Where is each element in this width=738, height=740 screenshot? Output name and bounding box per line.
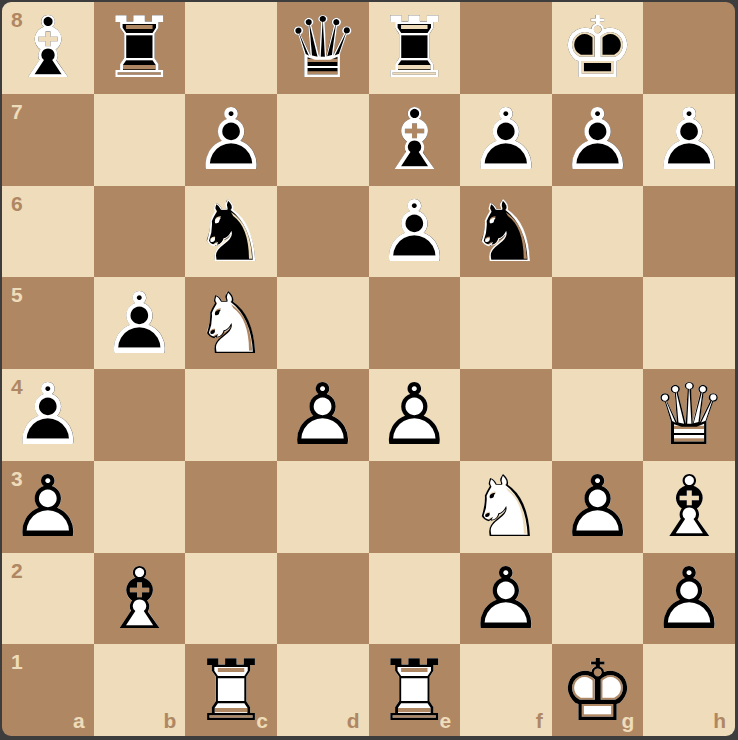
square-c3[interactable] [185, 461, 277, 553]
piece-outline-glyph: ♖ [94, 2, 186, 94]
piece-outline-glyph: ♙ [552, 461, 644, 553]
rank-label-2: 2 [11, 560, 23, 581]
square-c7[interactable]: ♟♙ [185, 94, 277, 186]
square-b5[interactable]: ♟♙ [94, 277, 186, 369]
square-d8[interactable]: ♛♕ [277, 2, 369, 94]
square-d7[interactable] [277, 94, 369, 186]
square-a7[interactable]: 7 [2, 94, 94, 186]
piece-outline-glyph: ♙ [460, 94, 552, 186]
piece-outline-glyph: ♙ [643, 94, 735, 186]
piece-outline-glyph: ♙ [2, 461, 94, 553]
black-pawn-b5[interactable]: ♟♙ [94, 277, 186, 369]
square-a3[interactable]: 3♟♙ [2, 461, 94, 553]
black-rook-e8[interactable]: ♜♖ [369, 2, 461, 94]
square-a6[interactable]: 6 [2, 186, 94, 278]
piece-outline-glyph: ♕ [643, 369, 735, 461]
rank-label-7: 7 [11, 101, 23, 122]
piece-outline-glyph: ♗ [643, 461, 735, 553]
square-a5[interactable]: 5 [2, 277, 94, 369]
piece-outline-glyph: ♙ [460, 553, 552, 645]
square-e5[interactable] [369, 277, 461, 369]
square-a4[interactable]: 4♟♙ [2, 369, 94, 461]
square-g5[interactable] [552, 277, 644, 369]
square-d4[interactable]: ♟♙ [277, 369, 369, 461]
piece-outline-glyph: ♙ [185, 94, 277, 186]
square-g4[interactable] [552, 369, 644, 461]
piece-outline-glyph: ♖ [185, 644, 277, 736]
black-pawn-h7[interactable]: ♟♙ [643, 94, 735, 186]
square-h2[interactable]: ♟♙ [643, 553, 735, 645]
white-bishop-h3[interactable]: ♝♗ [643, 461, 735, 553]
rank-label-5: 5 [11, 284, 23, 305]
white-pawn-d4[interactable]: ♟♙ [277, 369, 369, 461]
square-e6[interactable]: ♟♙ [369, 186, 461, 278]
file-label-b: b [163, 710, 176, 731]
file-label-d: d [347, 710, 360, 731]
square-g1[interactable]: g♚♔ [552, 644, 644, 736]
square-h5[interactable] [643, 277, 735, 369]
square-h1[interactable]: h [643, 644, 735, 736]
black-pawn-a4[interactable]: ♟♙ [2, 369, 94, 461]
file-label-a: a [73, 710, 85, 731]
white-knight-f3[interactable]: ♞♘ [460, 461, 552, 553]
square-d6[interactable] [277, 186, 369, 278]
black-bishop-a8[interactable]: ♝♗ [2, 2, 94, 94]
square-b6[interactable] [94, 186, 186, 278]
black-pawn-f7[interactable]: ♟♙ [460, 94, 552, 186]
square-d2[interactable] [277, 553, 369, 645]
square-e1[interactable]: e♜♖ [369, 644, 461, 736]
square-d5[interactable] [277, 277, 369, 369]
square-a1[interactable]: 1a [2, 644, 94, 736]
square-h6[interactable] [643, 186, 735, 278]
white-queen-h4[interactable]: ♛♕ [643, 369, 735, 461]
rank-label-1: 1 [11, 651, 23, 672]
square-b8[interactable]: ♜♖ [94, 2, 186, 94]
square-g3[interactable]: ♟♙ [552, 461, 644, 553]
square-c8[interactable] [185, 2, 277, 94]
square-e3[interactable] [369, 461, 461, 553]
square-c4[interactable] [185, 369, 277, 461]
piece-outline-glyph: ♕ [277, 2, 369, 94]
white-pawn-e4[interactable]: ♟♙ [369, 369, 461, 461]
piece-outline-glyph: ♙ [94, 277, 186, 369]
square-e7[interactable]: ♝♗ [369, 94, 461, 186]
black-king-g8[interactable]: ♚♔ [552, 2, 644, 94]
rank-label-6: 6 [11, 193, 23, 214]
file-label-f: f [536, 710, 543, 731]
white-pawn-f2[interactable]: ♟♙ [460, 553, 552, 645]
file-label-h: h [713, 710, 726, 731]
black-pawn-c7[interactable]: ♟♙ [185, 94, 277, 186]
square-h7[interactable]: ♟♙ [643, 94, 735, 186]
piece-outline-glyph: ♖ [369, 2, 461, 94]
square-c1[interactable]: c♜♖ [185, 644, 277, 736]
square-h4[interactable]: ♛♕ [643, 369, 735, 461]
square-f1[interactable]: f [460, 644, 552, 736]
square-b2[interactable]: ♝♗ [94, 553, 186, 645]
square-c2[interactable] [185, 553, 277, 645]
square-g7[interactable]: ♟♙ [552, 94, 644, 186]
square-b7[interactable] [94, 94, 186, 186]
square-e8[interactable]: ♜♖ [369, 2, 461, 94]
piece-outline-glyph: ♘ [460, 186, 552, 278]
black-knight-f6[interactable]: ♞♘ [460, 186, 552, 278]
chess-board: 8♝♗♜♖♛♕♜♖♚♔7♟♙♝♗♟♙♟♙♟♙6♞♘♟♙♞♘5♟♙♞♘4♟♙♟♙♟… [2, 2, 735, 736]
black-rook-b8[interactable]: ♜♖ [94, 2, 186, 94]
white-king-g1[interactable]: ♚♔ [552, 644, 644, 736]
piece-outline-glyph: ♙ [2, 369, 94, 461]
piece-outline-glyph: ♘ [185, 186, 277, 278]
square-d1[interactable]: d [277, 644, 369, 736]
square-f4[interactable] [460, 369, 552, 461]
piece-outline-glyph: ♙ [277, 369, 369, 461]
square-f5[interactable] [460, 277, 552, 369]
square-f3[interactable]: ♞♘ [460, 461, 552, 553]
white-pawn-a3[interactable]: ♟♙ [2, 461, 94, 553]
piece-outline-glyph: ♙ [643, 553, 735, 645]
board-frame: 8♝♗♜♖♛♕♜♖♚♔7♟♙♝♗♟♙♟♙♟♙6♞♘♟♙♞♘5♟♙♞♘4♟♙♟♙♟… [2, 2, 735, 736]
piece-outline-glyph: ♗ [2, 2, 94, 94]
piece-outline-glyph: ♙ [552, 94, 644, 186]
square-f7[interactable]: ♟♙ [460, 94, 552, 186]
square-f8[interactable] [460, 2, 552, 94]
square-h8[interactable] [643, 2, 735, 94]
white-rook-e1[interactable]: ♜♖ [369, 644, 461, 736]
square-e2[interactable] [369, 553, 461, 645]
white-rook-c1[interactable]: ♜♖ [185, 644, 277, 736]
square-c6[interactable]: ♞♘ [185, 186, 277, 278]
square-g2[interactable] [552, 553, 644, 645]
black-queen-d8[interactable]: ♛♕ [277, 2, 369, 94]
square-e4[interactable]: ♟♙ [369, 369, 461, 461]
square-b4[interactable] [94, 369, 186, 461]
square-g6[interactable] [552, 186, 644, 278]
piece-outline-glyph: ♙ [369, 369, 461, 461]
piece-outline-glyph: ♔ [552, 2, 644, 94]
square-f2[interactable]: ♟♙ [460, 553, 552, 645]
black-bishop-e7[interactable]: ♝♗ [369, 94, 461, 186]
piece-outline-glyph: ♙ [369, 186, 461, 278]
piece-outline-glyph: ♗ [369, 94, 461, 186]
square-c5[interactable]: ♞♘ [185, 277, 277, 369]
square-g8[interactable]: ♚♔ [552, 2, 644, 94]
square-h3[interactable]: ♝♗ [643, 461, 735, 553]
square-d3[interactable] [277, 461, 369, 553]
square-a2[interactable]: 2 [2, 553, 94, 645]
white-knight-c5[interactable]: ♞♘ [185, 277, 277, 369]
white-pawn-g3[interactable]: ♟♙ [552, 461, 644, 553]
piece-outline-glyph: ♘ [460, 461, 552, 553]
square-b1[interactable]: b [94, 644, 186, 736]
square-b3[interactable] [94, 461, 186, 553]
black-knight-c6[interactable]: ♞♘ [185, 186, 277, 278]
square-f6[interactable]: ♞♘ [460, 186, 552, 278]
piece-outline-glyph: ♗ [94, 553, 186, 645]
white-pawn-h2[interactable]: ♟♙ [643, 553, 735, 645]
piece-outline-glyph: ♔ [552, 644, 644, 736]
black-pawn-e6[interactable]: ♟♙ [369, 186, 461, 278]
piece-outline-glyph: ♘ [185, 277, 277, 369]
square-a8[interactable]: 8♝♗ [2, 2, 94, 94]
white-bishop-b2[interactable]: ♝♗ [94, 553, 186, 645]
black-pawn-g7[interactable]: ♟♙ [552, 94, 644, 186]
piece-outline-glyph: ♖ [369, 644, 461, 736]
